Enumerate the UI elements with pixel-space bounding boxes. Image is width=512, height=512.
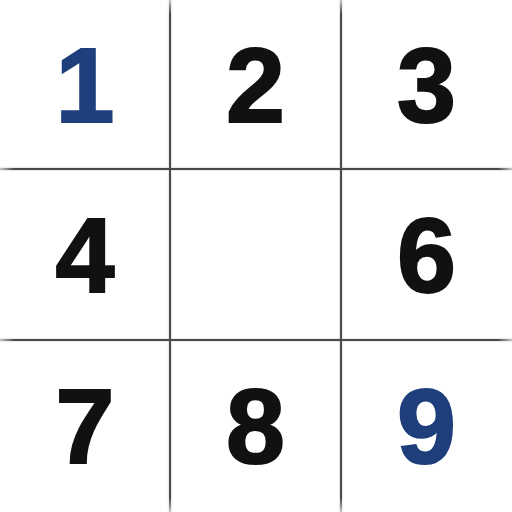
cell-r1c0[interactable]: 4 [0,169,170,340]
cell-r2c0[interactable]: 7 [0,340,170,512]
cell-digit: 7 [56,373,115,479]
cell-digit: 8 [226,373,285,479]
cell-r1c2[interactable]: 6 [341,169,512,340]
sudoku-board: 1 2 3 4 6 7 8 9 [0,0,512,512]
cell-digit: 6 [397,202,456,308]
cell-r0c2[interactable]: 3 [341,0,512,169]
cell-digit: 4 [56,202,115,308]
cell-r0c1[interactable]: 2 [170,0,341,169]
cell-digit: 3 [397,32,456,138]
cell-r2c2[interactable]: 9 [341,340,512,512]
cell-digit: 1 [56,32,115,138]
cell-digit: 9 [397,373,456,479]
cell-r1c1[interactable] [170,169,341,340]
cell-r0c0[interactable]: 1 [0,0,170,169]
cell-r2c1[interactable]: 8 [170,340,341,512]
cell-digit: 2 [226,32,285,138]
